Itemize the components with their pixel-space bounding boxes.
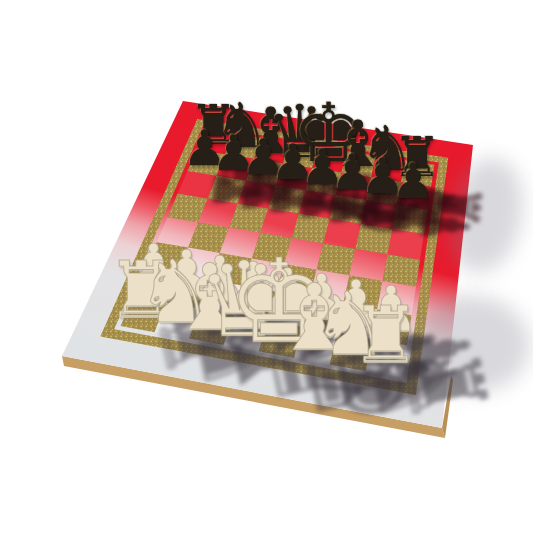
square-g5[interactable] (355, 224, 392, 255)
square-h5[interactable] (388, 229, 424, 260)
piece-black-pawn[interactable]: ♟ (391, 157, 435, 206)
piece-white-rook[interactable]: ♜ (351, 296, 421, 374)
photo-scene: ♜♞♝♛♚♝♞♜♟♟♟♟♟♟♟♟♟♟♟♟♟♟♟♟♜♞♝♛♚♝♞♜ ♜♞♝♛♚♝♞… (0, 0, 533, 533)
